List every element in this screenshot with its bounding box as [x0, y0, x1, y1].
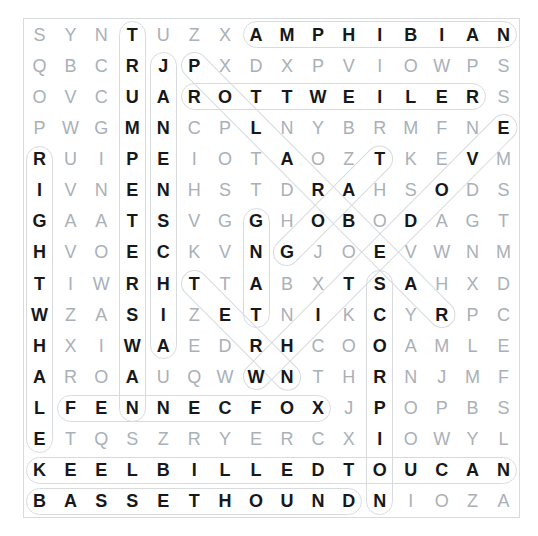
- grid-cell-r4c3[interactable]: G: [86, 112, 117, 143]
- grid-cell-r14c5[interactable]: Z: [148, 424, 179, 455]
- grid-cell-r9c10[interactable]: X: [302, 268, 333, 299]
- grid-cell-r7c2[interactable]: A: [55, 206, 86, 237]
- grid-cell-r9c14[interactable]: H: [426, 268, 457, 299]
- grid-cell-r9c2[interactable]: I: [55, 268, 86, 299]
- grid-cell-r2c4[interactable]: R: [117, 50, 148, 81]
- grid-cell-r4c2[interactable]: W: [55, 112, 86, 143]
- grid-cell-r9c16[interactable]: D: [488, 268, 519, 299]
- grid-cell-r13c14[interactable]: P: [426, 393, 457, 424]
- grid-cell-r8c11[interactable]: O: [333, 237, 364, 268]
- grid-cell-r10c1[interactable]: W: [24, 299, 55, 330]
- grid-cell-r13c15[interactable]: B: [457, 393, 488, 424]
- grid-cell-r8c1[interactable]: H: [24, 237, 55, 268]
- grid-cell-r7c10[interactable]: O: [302, 206, 333, 237]
- grid-cell-r6c10[interactable]: R: [302, 175, 333, 206]
- grid-cell-r7c7[interactable]: G: [210, 206, 241, 237]
- grid-cell-r5c4[interactable]: P: [117, 144, 148, 175]
- grid-cell-r5c13[interactable]: K: [395, 144, 426, 175]
- grid-cell-r3c9[interactable]: T: [272, 81, 303, 112]
- grid-cell-r4c4[interactable]: M: [117, 112, 148, 143]
- grid-cell-r8c7[interactable]: V: [210, 237, 241, 268]
- grid-cell-r7c4[interactable]: T: [117, 206, 148, 237]
- grid-cell-r13c4[interactable]: N: [117, 393, 148, 424]
- grid-cell-r13c9[interactable]: O: [272, 393, 303, 424]
- grid-cell-r9c8[interactable]: A: [241, 268, 272, 299]
- grid-cell-r13c13[interactable]: O: [395, 393, 426, 424]
- grid-cell-r2c8[interactable]: D: [241, 50, 272, 81]
- grid-cell-r3c15[interactable]: R: [457, 81, 488, 112]
- grid-cell-r11c15[interactable]: L: [457, 330, 488, 361]
- grid-cell-r5c11[interactable]: Z: [333, 144, 364, 175]
- grid-cell-r5c3[interactable]: I: [86, 144, 117, 175]
- grid-cell-r11c3[interactable]: I: [86, 330, 117, 361]
- grid-cell-r8c12[interactable]: E: [364, 237, 395, 268]
- grid-cell-r11c9[interactable]: H: [272, 330, 303, 361]
- grid-cell-r10c13[interactable]: Y: [395, 299, 426, 330]
- grid-cell-r3c13[interactable]: L: [395, 81, 426, 112]
- grid-cell-r1c15[interactable]: A: [457, 19, 488, 50]
- grid-cell-r2c14[interactable]: W: [426, 50, 457, 81]
- grid-cell-r2c5[interactable]: J: [148, 50, 179, 81]
- grid-cell-r15c15[interactable]: A: [457, 455, 488, 486]
- grid-cell-r16c10[interactable]: N: [302, 486, 333, 517]
- grid-cell-r1c14[interactable]: I: [426, 19, 457, 50]
- grid-cell-r15c12[interactable]: O: [364, 455, 395, 486]
- grid-cell-r7c1[interactable]: G: [24, 206, 55, 237]
- grid-cell-r4c15[interactable]: N: [457, 112, 488, 143]
- grid-cell-r9c1[interactable]: T: [24, 268, 55, 299]
- grid-cell-r6c9[interactable]: D: [272, 175, 303, 206]
- grid-cell-r2c11[interactable]: V: [333, 50, 364, 81]
- grid-cell-r15c4[interactable]: L: [117, 455, 148, 486]
- grid-cell-r4c1[interactable]: P: [24, 112, 55, 143]
- grid-cell-r7c12[interactable]: O: [364, 206, 395, 237]
- grid-cell-r8c9[interactable]: G: [272, 237, 303, 268]
- grid-cell-r15c3[interactable]: E: [86, 455, 117, 486]
- grid-cell-r2c9[interactable]: X: [272, 50, 303, 81]
- grid-cell-r5c2[interactable]: U: [55, 144, 86, 175]
- grid-cell-r14c3[interactable]: Q: [86, 424, 117, 455]
- grid-cell-r3c12[interactable]: I: [364, 81, 395, 112]
- grid-cell-r7c3[interactable]: A: [86, 206, 117, 237]
- grid-cell-r5c7[interactable]: O: [210, 144, 241, 175]
- grid-cell-r13c8[interactable]: F: [241, 393, 272, 424]
- grid-cell-r16c11[interactable]: D: [333, 486, 364, 517]
- grid-cell-r6c11[interactable]: A: [333, 175, 364, 206]
- grid-cell-r13c10[interactable]: X: [302, 393, 333, 424]
- grid-cell-r11c7[interactable]: D: [210, 330, 241, 361]
- grid-cell-r8c3[interactable]: O: [86, 237, 117, 268]
- grid-cell-r7c5[interactable]: S: [148, 206, 179, 237]
- grid-cell-r4c13[interactable]: M: [395, 112, 426, 143]
- grid-cell-r10c7[interactable]: E: [210, 299, 241, 330]
- grid-cell-r3c3[interactable]: C: [86, 81, 117, 112]
- grid-cell-r3c8[interactable]: T: [241, 81, 272, 112]
- grid-cell-r11c1[interactable]: H: [24, 330, 55, 361]
- grid-cell-r11c12[interactable]: O: [364, 330, 395, 361]
- grid-cell-r8c4[interactable]: E: [117, 237, 148, 268]
- grid-cell-r5c10[interactable]: O: [302, 144, 333, 175]
- grid-cell-r3c2[interactable]: V: [55, 81, 86, 112]
- grid-cell-r8c10[interactable]: J: [302, 237, 333, 268]
- grid-cell-r12c8[interactable]: W: [241, 361, 272, 392]
- grid-cell-r11c8[interactable]: R: [241, 330, 272, 361]
- grid-cell-r6c4[interactable]: E: [117, 175, 148, 206]
- grid-cell-r14c12[interactable]: I: [364, 424, 395, 455]
- grid-cell-r3c16[interactable]: S: [488, 81, 519, 112]
- grid-cell-r6c14[interactable]: O: [426, 175, 457, 206]
- grid-cell-r13c5[interactable]: N: [148, 393, 179, 424]
- grid-cell-r3c4[interactable]: U: [117, 81, 148, 112]
- grid-cell-r6c5[interactable]: N: [148, 175, 179, 206]
- grid-cell-r15c8[interactable]: L: [241, 455, 272, 486]
- grid-cell-r5c8[interactable]: T: [241, 144, 272, 175]
- grid-cell-r2c1[interactable]: Q: [24, 50, 55, 81]
- grid-cell-r10c14[interactable]: R: [426, 299, 457, 330]
- grid-cell-r12c16[interactable]: F: [488, 361, 519, 392]
- grid-cell-r10c3[interactable]: A: [86, 299, 117, 330]
- grid-cell-r14c2[interactable]: T: [55, 424, 86, 455]
- grid-cell-r13c11[interactable]: J: [333, 393, 364, 424]
- grid-cell-r3c14[interactable]: E: [426, 81, 457, 112]
- word-search-page: SYNTUZXAMPHIBIANQBCRJPXDXPVIOWPSOVCUAROT…: [0, 0, 538, 536]
- grid-cell-r14c1[interactable]: E: [24, 424, 55, 455]
- grid-cell-r10c10[interactable]: I: [302, 299, 333, 330]
- grid-cell-r5c9[interactable]: A: [272, 144, 303, 175]
- grid-cell-r9c4[interactable]: R: [117, 268, 148, 299]
- grid-cell-r14c16[interactable]: L: [488, 424, 519, 455]
- grid-cell-r11c6[interactable]: E: [179, 330, 210, 361]
- grid-cell-r6c13[interactable]: S: [395, 175, 426, 206]
- grid-cell-r12c15[interactable]: M: [457, 361, 488, 392]
- grid-cell-r7c13[interactable]: D: [395, 206, 426, 237]
- grid-cell-r13c16[interactable]: S: [488, 393, 519, 424]
- grid-cell-r5c5[interactable]: E: [148, 144, 179, 175]
- grid-cell-r14c15[interactable]: Y: [457, 424, 488, 455]
- grid-cell-r9c13[interactable]: A: [395, 268, 426, 299]
- grid-cell-r16c7[interactable]: H: [210, 486, 241, 517]
- grid-cell-r13c1[interactable]: L: [24, 393, 55, 424]
- grid-cell-r2c16[interactable]: S: [488, 50, 519, 81]
- grid-cell-r12c14[interactable]: J: [426, 361, 457, 392]
- grid-cell-r7c16[interactable]: T: [488, 206, 519, 237]
- grid-cell-r12c7[interactable]: W: [210, 361, 241, 392]
- grid-cell-r6c1[interactable]: I: [24, 175, 55, 206]
- grid-cell-r16c2[interactable]: A: [55, 486, 86, 517]
- grid-cell-r2c10[interactable]: P: [302, 50, 333, 81]
- grid-cell-r8c8[interactable]: N: [241, 237, 272, 268]
- grid-cell-r9c11[interactable]: T: [333, 268, 364, 299]
- grid-cell-r14c8[interactable]: E: [241, 424, 272, 455]
- grid-cell-r1c13[interactable]: B: [395, 19, 426, 50]
- grid-cell-r15c7[interactable]: L: [210, 455, 241, 486]
- grid-cell-r16c9[interactable]: U: [272, 486, 303, 517]
- grid-cell-r10c8[interactable]: T: [241, 299, 272, 330]
- grid-cell-r16c1[interactable]: B: [24, 486, 55, 517]
- grid-cell-r3c7[interactable]: O: [210, 81, 241, 112]
- grid-cell-r8c15[interactable]: N: [457, 237, 488, 268]
- grid-cell-r15c16[interactable]: N: [488, 455, 519, 486]
- grid-cell-r1c12[interactable]: I: [364, 19, 395, 50]
- grid-cell-r8c13[interactable]: V: [395, 237, 426, 268]
- grid-cell-r10c9[interactable]: N: [272, 299, 303, 330]
- grid-cell-r8c16[interactable]: M: [488, 237, 519, 268]
- grid-cell-r10c15[interactable]: P: [457, 299, 488, 330]
- grid-cell-r3c5[interactable]: A: [148, 81, 179, 112]
- grid-cell-r8c5[interactable]: C: [148, 237, 179, 268]
- grid-cell-r3c10[interactable]: W: [302, 81, 333, 112]
- grid-cell-r4c10[interactable]: Y: [302, 112, 333, 143]
- grid-cell-r1c1[interactable]: S: [24, 19, 55, 50]
- grid-cell-r9c9[interactable]: B: [272, 268, 303, 299]
- grid-cell-r1c6[interactable]: Z: [179, 19, 210, 50]
- grid-cell-r2c12[interactable]: I: [364, 50, 395, 81]
- grid-cell-r14c13[interactable]: O: [395, 424, 426, 455]
- grid-cell-r7c8[interactable]: G: [241, 206, 272, 237]
- grid-cell-r11c10[interactable]: C: [302, 330, 333, 361]
- grid-cell-r1c8[interactable]: A: [241, 19, 272, 50]
- grid-cell-r13c3[interactable]: E: [86, 393, 117, 424]
- grid-cell-r14c14[interactable]: W: [426, 424, 457, 455]
- grid-cell-r11c5[interactable]: A: [148, 330, 179, 361]
- grid-cell-r13c2[interactable]: F: [55, 393, 86, 424]
- grid-cell-r12c4[interactable]: A: [117, 361, 148, 392]
- grid-cell-r5c6[interactable]: I: [179, 144, 210, 175]
- grid-cell-r10c6[interactable]: Z: [179, 299, 210, 330]
- grid-cell-r12c5[interactable]: U: [148, 361, 179, 392]
- grid-cell-r12c3[interactable]: O: [86, 361, 117, 392]
- grid-cell-r7c11[interactable]: B: [333, 206, 364, 237]
- grid-cell-r4c16[interactable]: E: [488, 112, 519, 143]
- grid-cell-r9c3[interactable]: W: [86, 268, 117, 299]
- grid-cell-r15c11[interactable]: T: [333, 455, 364, 486]
- grid-cell-r16c15[interactable]: Z: [457, 486, 488, 517]
- grid-cell-r9c12[interactable]: S: [364, 268, 395, 299]
- grid-cell-r14c11[interactable]: X: [333, 424, 364, 455]
- grid-cell-r4c9[interactable]: N: [272, 112, 303, 143]
- grid-cell-r4c14[interactable]: F: [426, 112, 457, 143]
- grid-cell-r10c4[interactable]: S: [117, 299, 148, 330]
- grid-cell-r12c6[interactable]: Q: [179, 361, 210, 392]
- grid-cell-r12c2[interactable]: R: [55, 361, 86, 392]
- grid-cell-r5c12[interactable]: T: [364, 144, 395, 175]
- grid-cell-r15c2[interactable]: E: [55, 455, 86, 486]
- grid-cell-r12c12[interactable]: R: [364, 361, 395, 392]
- grid-cell-r7c14[interactable]: A: [426, 206, 457, 237]
- grid-cell-r15c10[interactable]: D: [302, 455, 333, 486]
- grid-cell-r16c3[interactable]: S: [86, 486, 117, 517]
- grid-cell-r11c4[interactable]: W: [117, 330, 148, 361]
- grid-cell-r16c12[interactable]: N: [364, 486, 395, 517]
- grid-cell-r10c12[interactable]: C: [364, 299, 395, 330]
- grid-cell-r11c14[interactable]: M: [426, 330, 457, 361]
- grid-cell-r1c3[interactable]: N: [86, 19, 117, 50]
- grid-cell-r3c1[interactable]: O: [24, 81, 55, 112]
- grid-cell-r2c13[interactable]: O: [395, 50, 426, 81]
- grid-cell-r7c6[interactable]: V: [179, 206, 210, 237]
- grid-cell-r14c10[interactable]: C: [302, 424, 333, 455]
- grid-cell-r16c16[interactable]: A: [488, 486, 519, 517]
- grid-cell-r3c11[interactable]: E: [333, 81, 364, 112]
- grid-cell-r10c5[interactable]: I: [148, 299, 179, 330]
- grid-cell-r16c5[interactable]: E: [148, 486, 179, 517]
- grid-cell-r6c2[interactable]: V: [55, 175, 86, 206]
- grid-cell-r13c12[interactable]: P: [364, 393, 395, 424]
- grid-cell-r11c2[interactable]: X: [55, 330, 86, 361]
- grid-cell-r5c15[interactable]: V: [457, 144, 488, 175]
- grid-cell-r9c5[interactable]: H: [148, 268, 179, 299]
- grid-cell-r10c16[interactable]: C: [488, 299, 519, 330]
- grid-cell-r15c9[interactable]: E: [272, 455, 303, 486]
- grid-cell-r15c6[interactable]: I: [179, 455, 210, 486]
- grid-cell-r2c6[interactable]: P: [179, 50, 210, 81]
- grid-cell-r1c11[interactable]: H: [333, 19, 364, 50]
- grid-cell-r4c7[interactable]: P: [210, 112, 241, 143]
- grid-cell-r16c8[interactable]: O: [241, 486, 272, 517]
- grid-cell-r6c12[interactable]: H: [364, 175, 395, 206]
- grid-cell-r14c7[interactable]: Y: [210, 424, 241, 455]
- grid-cell-r6c7[interactable]: S: [210, 175, 241, 206]
- grid-cell-r10c11[interactable]: K: [333, 299, 364, 330]
- grid-cell-r6c15[interactable]: D: [457, 175, 488, 206]
- grid-cell-r1c7[interactable]: X: [210, 19, 241, 50]
- grid-cell-r5c14[interactable]: E: [426, 144, 457, 175]
- grid-cell-r12c9[interactable]: N: [272, 361, 303, 392]
- grid-cell-r10c2[interactable]: Z: [55, 299, 86, 330]
- grid-cell-r1c9[interactable]: M: [272, 19, 303, 50]
- grid-cell-r12c10[interactable]: T: [302, 361, 333, 392]
- grid-cell-r12c13[interactable]: N: [395, 361, 426, 392]
- grid-cell-r14c4[interactable]: S: [117, 424, 148, 455]
- grid-cell-r8c6[interactable]: K: [179, 237, 210, 268]
- grid-cell-r4c8[interactable]: L: [241, 112, 272, 143]
- grid-cell-r2c7[interactable]: X: [210, 50, 241, 81]
- grid-cell-r15c13[interactable]: U: [395, 455, 426, 486]
- grid-cell-r16c4[interactable]: S: [117, 486, 148, 517]
- grid-cell-r9c15[interactable]: X: [457, 268, 488, 299]
- grid-cell-r12c1[interactable]: A: [24, 361, 55, 392]
- grid-cell-r2c3[interactable]: C: [86, 50, 117, 81]
- grid-cell-r4c6[interactable]: C: [179, 112, 210, 143]
- grid-cell-r3c6[interactable]: R: [179, 81, 210, 112]
- grid-cell-r16c13[interactable]: I: [395, 486, 426, 517]
- grid-cell-r14c9[interactable]: R: [272, 424, 303, 455]
- grid-cell-r15c1[interactable]: K: [24, 455, 55, 486]
- grid-cell-r4c12[interactable]: R: [364, 112, 395, 143]
- grid-cell-r6c16[interactable]: S: [488, 175, 519, 206]
- grid-cell-r1c16[interactable]: N: [488, 19, 519, 50]
- grid-cell-r8c2[interactable]: V: [55, 237, 86, 268]
- grid-cell-r12c11[interactable]: H: [333, 361, 364, 392]
- grid-cell-r2c2[interactable]: B: [55, 50, 86, 81]
- grid-cell-r11c11[interactable]: O: [333, 330, 364, 361]
- grid-cell-r1c2[interactable]: Y: [55, 19, 86, 50]
- grid-cell-r1c5[interactable]: U: [148, 19, 179, 50]
- grid-cell-r6c3[interactable]: N: [86, 175, 117, 206]
- grid-cell-r6c6[interactable]: H: [179, 175, 210, 206]
- grid-cell-r14c6[interactable]: R: [179, 424, 210, 455]
- grid-cell-r1c10[interactable]: P: [302, 19, 333, 50]
- grid-cell-r16c6[interactable]: T: [179, 486, 210, 517]
- grid-cell-r11c16[interactable]: E: [488, 330, 519, 361]
- grid-cell-r7c9[interactable]: H: [272, 206, 303, 237]
- grid-cell-r7c15[interactable]: G: [457, 206, 488, 237]
- grid-cell-r4c5[interactable]: N: [148, 112, 179, 143]
- grid-cell-r15c5[interactable]: B: [148, 455, 179, 486]
- grid-cell-r5c16[interactable]: M: [488, 144, 519, 175]
- grid-cell-r16c14[interactable]: O: [426, 486, 457, 517]
- grid-cell-r13c6[interactable]: E: [179, 393, 210, 424]
- grid-cell-r1c4[interactable]: T: [117, 19, 148, 50]
- grid-cell-r8c14[interactable]: W: [426, 237, 457, 268]
- grid-cell-r13c7[interactable]: C: [210, 393, 241, 424]
- grid-cell-r15c14[interactable]: C: [426, 455, 457, 486]
- grid-cell-r4c11[interactable]: B: [333, 112, 364, 143]
- grid-cell-r11c13[interactable]: A: [395, 330, 426, 361]
- grid-cell-r6c8[interactable]: T: [241, 175, 272, 206]
- word-search-grid: SYNTUZXAMPHIBIANQBCRJPXDXPVIOWPSOVCUAROT…: [23, 18, 520, 518]
- grid-cell-r2c15[interactable]: P: [457, 50, 488, 81]
- grid-cell-r5c1[interactable]: R: [24, 144, 55, 175]
- grid-cell-r9c7[interactable]: T: [210, 268, 241, 299]
- grid-cell-r9c6[interactable]: T: [179, 268, 210, 299]
